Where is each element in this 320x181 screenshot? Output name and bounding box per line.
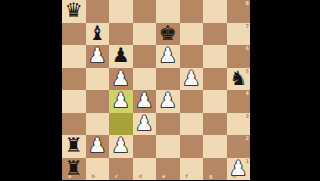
black-rook-icon[interactable]: ♜ bbox=[65, 135, 83, 155]
white-pawn-icon[interactable]: ♟ bbox=[88, 45, 106, 65]
square-f2[interactable] bbox=[180, 135, 204, 158]
square-b5[interactable] bbox=[86, 68, 110, 91]
square-e4[interactable]: ♟ bbox=[156, 90, 180, 113]
rank-label-8: 8 bbox=[246, 1, 249, 6]
square-h4[interactable]: 4 bbox=[227, 90, 251, 113]
square-c5[interactable]: ♟ bbox=[109, 68, 133, 91]
white-pawn-icon[interactable]: ♟ bbox=[112, 68, 130, 88]
white-pawn-icon[interactable]: ♟ bbox=[229, 158, 247, 178]
black-rook-icon[interactable]: ♜ bbox=[65, 158, 83, 178]
file-label-e: e bbox=[162, 174, 165, 179]
square-f8[interactable] bbox=[180, 0, 204, 23]
white-pawn-icon[interactable]: ♟ bbox=[135, 90, 153, 110]
square-h1[interactable]: h1♟ bbox=[227, 158, 251, 181]
square-d8[interactable] bbox=[133, 0, 157, 23]
square-a6[interactable] bbox=[62, 45, 86, 68]
square-e6[interactable]: ♟ bbox=[156, 45, 180, 68]
square-a8[interactable]: ♛ bbox=[62, 0, 86, 23]
square-e8[interactable] bbox=[156, 0, 180, 23]
square-c1[interactable]: c bbox=[109, 158, 133, 181]
square-g7[interactable] bbox=[203, 23, 227, 46]
white-pawn-icon[interactable]: ♟ bbox=[135, 113, 153, 133]
rank-label-3: 3 bbox=[246, 114, 249, 119]
black-queen-icon[interactable]: ♛ bbox=[65, 0, 83, 20]
square-a4[interactable] bbox=[62, 90, 86, 113]
square-b7[interactable]: ♝ bbox=[86, 23, 110, 46]
white-pawn-icon[interactable]: ♟ bbox=[159, 45, 177, 65]
square-c8[interactable] bbox=[109, 0, 133, 23]
square-e3[interactable] bbox=[156, 113, 180, 136]
square-h5[interactable]: 5♞ bbox=[227, 68, 251, 91]
square-a3[interactable] bbox=[62, 113, 86, 136]
square-h6[interactable]: 6 bbox=[227, 45, 251, 68]
square-c6[interactable]: ♟ bbox=[109, 45, 133, 68]
square-h7[interactable]: 7 bbox=[227, 23, 251, 46]
file-label-d: d bbox=[139, 174, 143, 179]
square-f5[interactable]: ♟ bbox=[180, 68, 204, 91]
rank-label-2: 2 bbox=[246, 136, 249, 141]
square-e5[interactable] bbox=[156, 68, 180, 91]
square-g1[interactable]: g bbox=[203, 158, 227, 181]
chess-board: ♛8♝♚7♟♟♟6♟♟5♞♟♟♟4♟3♜♟♟2a♜bcdefgh1♟ bbox=[62, 0, 250, 180]
black-pawn-icon[interactable]: ♟ bbox=[112, 45, 130, 65]
square-g8[interactable] bbox=[203, 0, 227, 23]
square-f3[interactable] bbox=[180, 113, 204, 136]
square-h2[interactable]: 2 bbox=[227, 135, 251, 158]
square-e1[interactable]: e bbox=[156, 158, 180, 181]
file-label-c: c bbox=[115, 174, 118, 179]
square-b6[interactable]: ♟ bbox=[86, 45, 110, 68]
square-e7[interactable]: ♚ bbox=[156, 23, 180, 46]
square-f1[interactable]: f bbox=[180, 158, 204, 181]
square-e2[interactable] bbox=[156, 135, 180, 158]
square-d7[interactable] bbox=[133, 23, 157, 46]
white-pawn-icon[interactable]: ♟ bbox=[88, 135, 106, 155]
square-g2[interactable] bbox=[203, 135, 227, 158]
square-b2[interactable]: ♟ bbox=[86, 135, 110, 158]
square-g3[interactable] bbox=[203, 113, 227, 136]
white-pawn-icon[interactable]: ♟ bbox=[112, 135, 130, 155]
square-c7[interactable] bbox=[109, 23, 133, 46]
square-c2[interactable]: ♟ bbox=[109, 135, 133, 158]
square-d6[interactable] bbox=[133, 45, 157, 68]
square-g5[interactable] bbox=[203, 68, 227, 91]
square-a7[interactable] bbox=[62, 23, 86, 46]
rank-label-4: 4 bbox=[246, 91, 249, 96]
black-king-icon[interactable]: ♚ bbox=[159, 23, 177, 43]
square-d1[interactable]: d bbox=[133, 158, 157, 181]
square-b8[interactable] bbox=[86, 0, 110, 23]
file-label-g: g bbox=[209, 174, 213, 179]
square-b3[interactable] bbox=[86, 113, 110, 136]
square-b4[interactable] bbox=[86, 90, 110, 113]
square-d3[interactable]: ♟ bbox=[133, 113, 157, 136]
square-d4[interactable]: ♟ bbox=[133, 90, 157, 113]
white-pawn-icon[interactable]: ♟ bbox=[182, 68, 200, 88]
square-c4[interactable]: ♟ bbox=[109, 90, 133, 113]
square-d5[interactable] bbox=[133, 68, 157, 91]
rank-label-7: 7 bbox=[246, 24, 249, 29]
square-a5[interactable] bbox=[62, 68, 86, 91]
rank-label-6: 6 bbox=[246, 46, 249, 51]
video-frame: ♛8♝♚7♟♟♟6♟♟5♞♟♟♟4♟3♜♟♟2a♜bcdefgh1♟ bbox=[0, 0, 320, 180]
square-c3[interactable] bbox=[109, 113, 133, 136]
square-b1[interactable]: b bbox=[86, 158, 110, 181]
square-a2[interactable]: ♜ bbox=[62, 135, 86, 158]
black-knight-icon[interactable]: ♞ bbox=[229, 68, 247, 88]
square-f4[interactable] bbox=[180, 90, 204, 113]
square-f7[interactable] bbox=[180, 23, 204, 46]
square-h8[interactable]: 8 bbox=[227, 0, 251, 23]
file-label-f: f bbox=[186, 174, 188, 179]
white-pawn-icon[interactable]: ♟ bbox=[159, 90, 177, 110]
square-g4[interactable] bbox=[203, 90, 227, 113]
square-d2[interactable] bbox=[133, 135, 157, 158]
white-pawn-icon[interactable]: ♟ bbox=[112, 90, 130, 110]
file-label-b: b bbox=[92, 174, 96, 179]
square-f6[interactable] bbox=[180, 45, 204, 68]
square-h3[interactable]: 3 bbox=[227, 113, 251, 136]
square-g6[interactable] bbox=[203, 45, 227, 68]
square-a1[interactable]: a♜ bbox=[62, 158, 86, 181]
black-bishop-icon[interactable]: ♝ bbox=[88, 23, 106, 43]
